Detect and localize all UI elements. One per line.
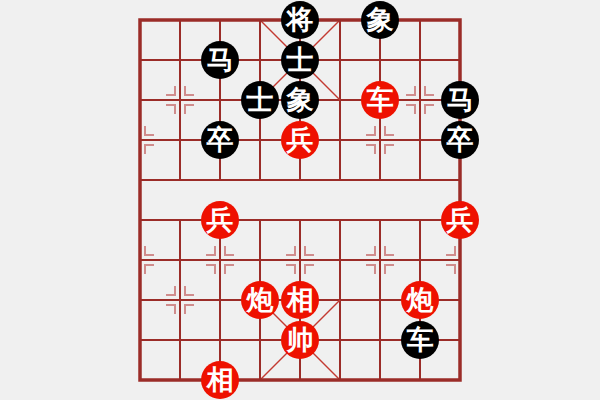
piece-red-pawn[interactable]: 兵 xyxy=(281,121,319,159)
piece-black-general[interactable]: 将 xyxy=(281,1,319,39)
piece-red-chariot[interactable]: 车 xyxy=(361,81,399,119)
piece-black-advisor[interactable]: 士 xyxy=(241,81,279,119)
piece-black-elephant[interactable]: 象 xyxy=(361,1,399,39)
piece-black-advisor[interactable]: 士 xyxy=(281,41,319,79)
piece-black-horse[interactable]: 马 xyxy=(201,41,239,79)
piece-black-pawn[interactable]: 卒 xyxy=(441,121,479,159)
piece-red-cannon[interactable]: 炮 xyxy=(241,281,279,319)
piece-red-elephant[interactable]: 相 xyxy=(281,281,319,319)
piece-red-cannon[interactable]: 炮 xyxy=(401,281,439,319)
piece-red-general[interactable]: 帅 xyxy=(281,321,319,359)
piece-red-elephant[interactable]: 相 xyxy=(201,361,239,399)
piece-black-chariot[interactable]: 车 xyxy=(401,321,439,359)
piece-red-pawn[interactable]: 兵 xyxy=(201,201,239,239)
piece-red-pawn[interactable]: 兵 xyxy=(441,201,479,239)
xiangqi-app: 将象马士士象车马卒兵卒兵兵炮相炮帅车相 xyxy=(0,0,600,400)
piece-black-pawn[interactable]: 卒 xyxy=(201,121,239,159)
piece-black-horse[interactable]: 马 xyxy=(441,81,479,119)
piece-black-elephant[interactable]: 象 xyxy=(281,81,319,119)
